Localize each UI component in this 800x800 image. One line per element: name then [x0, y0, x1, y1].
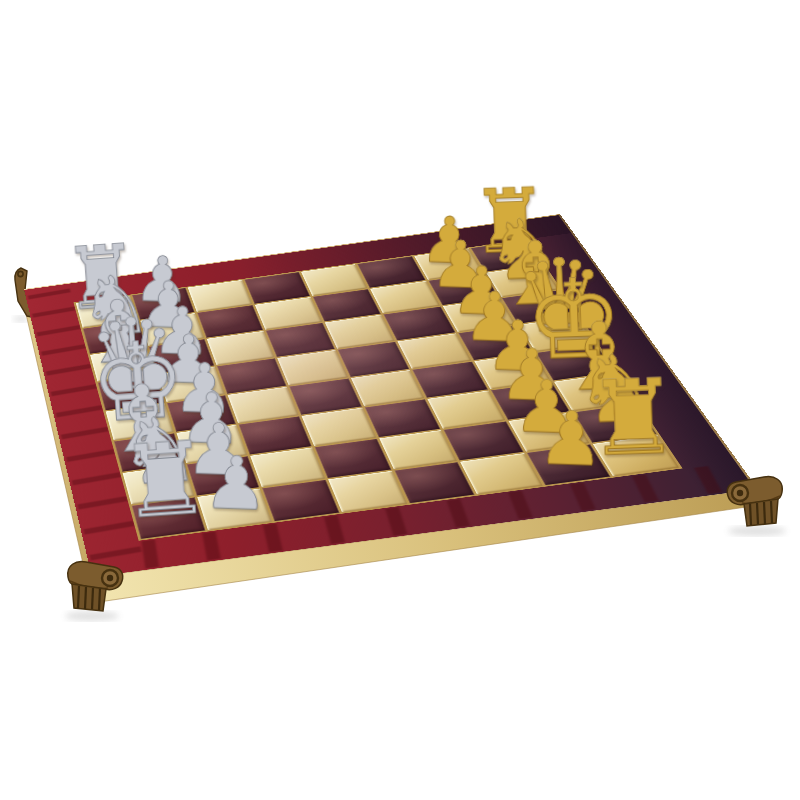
- pieces-layer: ♜♞♝♛♚♝♞♜♟♟♟♟♟♟♟♟♟♟♟♟♟♟♟♟♜♞♝♛♚♝♞♜: [0, 0, 800, 800]
- chess-set-photo: ♜♞♝♛♚♝♞♜♟♟♟♟♟♟♟♟♟♟♟♟♟♟♟♟♜♞♝♛♚♝♞♜: [0, 0, 800, 800]
- piece-white-rook[interactable]: ♜: [117, 428, 214, 534]
- piece-black-pawn[interactable]: ♟: [537, 401, 606, 477]
